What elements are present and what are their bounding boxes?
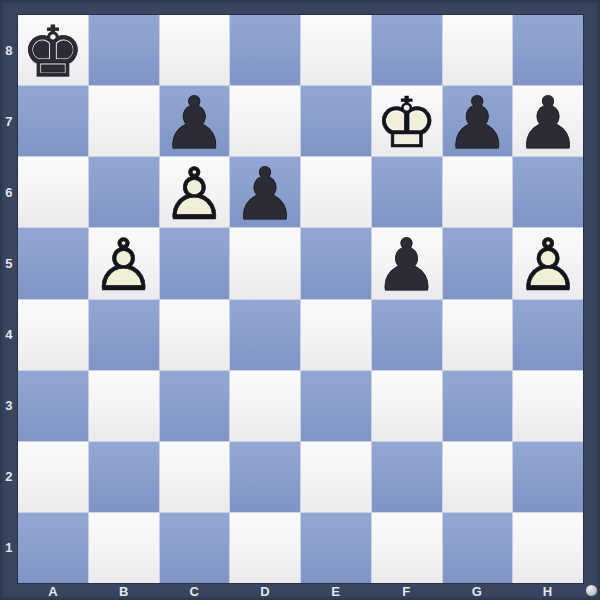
square-d7[interactable] — [230, 86, 300, 156]
square-g4[interactable] — [443, 300, 513, 370]
square-a5[interactable] — [18, 228, 88, 298]
square-f5[interactable]: ♟ — [372, 228, 442, 298]
pawn-glyph: ♟ — [372, 230, 442, 300]
square-f2[interactable] — [372, 442, 442, 512]
square-c7[interactable]: ♟ — [160, 86, 230, 156]
square-h6[interactable] — [513, 157, 583, 227]
square-c6[interactable]: ♟♙ — [160, 157, 230, 227]
square-g1[interactable] — [443, 513, 513, 583]
king-outline-glyph: ♔ — [372, 88, 442, 158]
square-a8[interactable]: ♚ — [18, 15, 88, 85]
square-f7[interactable]: ♚♔ — [372, 86, 442, 156]
black-pawn-c7[interactable]: ♟ — [160, 86, 230, 156]
rank-label-1: 1 — [0, 512, 18, 583]
file-label-c: C — [159, 583, 230, 600]
square-h4[interactable] — [513, 300, 583, 370]
white-pawn-b5[interactable]: ♟♙ — [89, 228, 159, 298]
pawn-glyph: ♟ — [443, 88, 513, 158]
square-d1[interactable] — [230, 513, 300, 583]
square-e4[interactable] — [301, 300, 371, 370]
square-a1[interactable] — [18, 513, 88, 583]
file-labels: ABCDEFGH — [18, 583, 583, 600]
rank-label-7: 7 — [0, 86, 18, 157]
square-c5[interactable] — [160, 228, 230, 298]
black-pawn-g7[interactable]: ♟ — [443, 86, 513, 156]
square-f6[interactable] — [372, 157, 442, 227]
square-d8[interactable] — [230, 15, 300, 85]
file-label-f: F — [371, 583, 442, 600]
square-d5[interactable] — [230, 228, 300, 298]
rank-label-8: 8 — [0, 15, 18, 86]
square-b7[interactable] — [89, 86, 159, 156]
rank-label-4: 4 — [0, 299, 18, 370]
square-d4[interactable] — [230, 300, 300, 370]
square-f4[interactable] — [372, 300, 442, 370]
file-label-e: E — [301, 583, 372, 600]
board: ♚♟♚♔♟♟♟♙♟♟♙♟♟♙ — [18, 15, 583, 583]
king-glyph: ♚ — [18, 17, 88, 87]
square-b3[interactable] — [89, 371, 159, 441]
square-c4[interactable] — [160, 300, 230, 370]
square-g7[interactable]: ♟ — [443, 86, 513, 156]
pawn-glyph: ♟ — [230, 159, 300, 229]
square-f3[interactable] — [372, 371, 442, 441]
square-e7[interactable] — [301, 86, 371, 156]
square-e5[interactable] — [301, 228, 371, 298]
pawn-glyph: ♟ — [513, 88, 583, 158]
rank-label-6: 6 — [0, 157, 18, 228]
white-pawn-h5[interactable]: ♟♙ — [513, 228, 583, 298]
square-h7[interactable]: ♟ — [513, 86, 583, 156]
square-e1[interactable] — [301, 513, 371, 583]
square-e2[interactable] — [301, 442, 371, 512]
square-e3[interactable] — [301, 371, 371, 441]
corner-dot-icon — [586, 585, 597, 596]
black-pawn-f5[interactable]: ♟ — [372, 228, 442, 298]
square-a2[interactable] — [18, 442, 88, 512]
square-b4[interactable] — [89, 300, 159, 370]
black-king-a8[interactable]: ♚ — [18, 15, 88, 85]
square-c1[interactable] — [160, 513, 230, 583]
pawn-outline-glyph: ♙ — [513, 230, 583, 300]
rank-labels: 87654321 — [0, 15, 18, 583]
file-label-b: B — [89, 583, 160, 600]
file-label-g: G — [442, 583, 513, 600]
square-b5[interactable]: ♟♙ — [89, 228, 159, 298]
square-d3[interactable] — [230, 371, 300, 441]
square-a4[interactable] — [18, 300, 88, 370]
square-b1[interactable] — [89, 513, 159, 583]
white-pawn-c6[interactable]: ♟♙ — [160, 157, 230, 227]
square-h1[interactable] — [513, 513, 583, 583]
square-h3[interactable] — [513, 371, 583, 441]
square-e8[interactable] — [301, 15, 371, 85]
square-b8[interactable] — [89, 15, 159, 85]
square-g8[interactable] — [443, 15, 513, 85]
square-f8[interactable] — [372, 15, 442, 85]
square-b2[interactable] — [89, 442, 159, 512]
white-king-f7[interactable]: ♚♔ — [372, 86, 442, 156]
square-g2[interactable] — [443, 442, 513, 512]
rank-label-2: 2 — [0, 441, 18, 512]
file-label-a: A — [18, 583, 89, 600]
rank-label-3: 3 — [0, 370, 18, 441]
square-c2[interactable] — [160, 442, 230, 512]
square-g5[interactable] — [443, 228, 513, 298]
square-h8[interactable] — [513, 15, 583, 85]
square-e6[interactable] — [301, 157, 371, 227]
square-a3[interactable] — [18, 371, 88, 441]
square-h2[interactable] — [513, 442, 583, 512]
square-f1[interactable] — [372, 513, 442, 583]
square-h5[interactable]: ♟♙ — [513, 228, 583, 298]
square-c8[interactable] — [160, 15, 230, 85]
square-a7[interactable] — [18, 86, 88, 156]
square-g3[interactable] — [443, 371, 513, 441]
file-label-d: D — [230, 583, 301, 600]
file-label-h: H — [512, 583, 583, 600]
black-pawn-d6[interactable]: ♟ — [230, 157, 300, 227]
pawn-outline-glyph: ♙ — [89, 230, 159, 300]
pawn-outline-glyph: ♙ — [160, 159, 230, 229]
chess-board-frame: 87654321 ♚♟♚♔♟♟♟♙♟♟♙♟♟♙ ABCDEFGH — [0, 0, 600, 600]
rank-label-5: 5 — [0, 228, 18, 299]
square-c3[interactable] — [160, 371, 230, 441]
square-b6[interactable] — [89, 157, 159, 227]
black-pawn-h7[interactable]: ♟ — [513, 86, 583, 156]
square-d2[interactable] — [230, 442, 300, 512]
square-d6[interactable]: ♟ — [230, 157, 300, 227]
square-a6[interactable] — [18, 157, 88, 227]
square-g6[interactable] — [443, 157, 513, 227]
pawn-glyph: ♟ — [160, 88, 230, 158]
